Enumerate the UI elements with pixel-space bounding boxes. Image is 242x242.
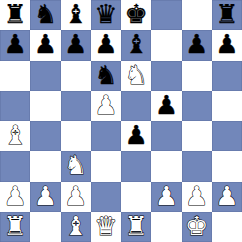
square-a6[interactable] (0, 61, 30, 91)
square-f8[interactable] (151, 0, 181, 30)
square-d8[interactable]: ♛ (91, 0, 121, 30)
square-h2[interactable]: ♟ (212, 182, 242, 212)
square-g3[interactable] (182, 151, 212, 181)
white-pawn[interactable]: ♟ (3, 183, 26, 209)
square-h1[interactable] (212, 212, 242, 242)
square-c7[interactable]: ♟ (61, 30, 91, 60)
square-d4[interactable] (91, 121, 121, 151)
white-queen[interactable]: ♛ (94, 213, 117, 239)
square-e4[interactable]: ♟ (121, 121, 151, 151)
black-rook[interactable]: ♜ (3, 1, 26, 27)
square-h8[interactable]: ♜ (212, 0, 242, 30)
black-bishop[interactable]: ♝ (124, 31, 147, 57)
square-f4[interactable] (151, 121, 181, 151)
white-knight[interactable]: ♞ (64, 152, 87, 178)
black-knight[interactable]: ♞ (94, 62, 117, 88)
square-c1[interactable]: ♝ (61, 212, 91, 242)
black-pawn[interactable]: ♟ (124, 122, 147, 148)
square-f5[interactable]: ♟ (151, 91, 181, 121)
square-g1[interactable]: ♚ (182, 212, 212, 242)
square-e1[interactable]: ♜ (121, 212, 151, 242)
square-g6[interactable] (182, 61, 212, 91)
square-a5[interactable] (0, 91, 30, 121)
square-d2[interactable] (91, 182, 121, 212)
square-c8[interactable]: ♝ (61, 0, 91, 30)
square-b7[interactable]: ♟ (30, 30, 60, 60)
square-d6[interactable]: ♞ (91, 61, 121, 91)
square-e2[interactable] (121, 182, 151, 212)
square-b6[interactable] (30, 61, 60, 91)
square-e3[interactable] (121, 151, 151, 181)
square-a7[interactable]: ♟ (0, 30, 30, 60)
square-f3[interactable] (151, 151, 181, 181)
square-a1[interactable]: ♜ (0, 212, 30, 242)
square-e7[interactable]: ♝ (121, 30, 151, 60)
white-bishop[interactable]: ♝ (3, 122, 26, 148)
square-c4[interactable] (61, 121, 91, 151)
square-b8[interactable]: ♞ (30, 0, 60, 30)
white-pawn[interactable]: ♟ (215, 183, 238, 209)
square-a8[interactable]: ♜ (0, 0, 30, 30)
square-h7[interactable]: ♟ (212, 30, 242, 60)
square-f7[interactable] (151, 30, 181, 60)
black-pawn[interactable]: ♟ (185, 31, 208, 57)
black-pawn[interactable]: ♟ (34, 31, 57, 57)
square-c3[interactable]: ♞ (61, 151, 91, 181)
square-e5[interactable] (121, 91, 151, 121)
white-pawn[interactable]: ♟ (94, 92, 117, 118)
square-c5[interactable] (61, 91, 91, 121)
square-f6[interactable] (151, 61, 181, 91)
square-g5[interactable] (182, 91, 212, 121)
square-d5[interactable]: ♟ (91, 91, 121, 121)
chess-board: ♜♞♝♛♚♜♟♟♟♟♝♟♟♞♞♟♟♝♟♞♟♟♟♟♟♟♜♝♛♜♚ (0, 0, 242, 242)
black-pawn[interactable]: ♟ (64, 31, 87, 57)
square-g7[interactable]: ♟ (182, 30, 212, 60)
white-pawn[interactable]: ♟ (34, 183, 57, 209)
black-pawn[interactable]: ♟ (3, 31, 26, 57)
black-knight[interactable]: ♞ (34, 1, 57, 27)
white-pawn[interactable]: ♟ (185, 183, 208, 209)
white-rook[interactable]: ♜ (124, 213, 147, 239)
black-king[interactable]: ♚ (124, 1, 147, 27)
black-bishop[interactable]: ♝ (64, 1, 87, 27)
white-pawn[interactable]: ♟ (64, 183, 87, 209)
white-bishop[interactable]: ♝ (64, 213, 87, 239)
square-c2[interactable]: ♟ (61, 182, 91, 212)
white-rook[interactable]: ♜ (3, 213, 26, 239)
square-h4[interactable] (212, 121, 242, 151)
black-pawn[interactable]: ♟ (215, 31, 238, 57)
square-e6[interactable]: ♞ (121, 61, 151, 91)
square-g8[interactable] (182, 0, 212, 30)
square-a4[interactable]: ♝ (0, 121, 30, 151)
square-h5[interactable] (212, 91, 242, 121)
square-a2[interactable]: ♟ (0, 182, 30, 212)
square-g2[interactable]: ♟ (182, 182, 212, 212)
square-b3[interactable] (30, 151, 60, 181)
square-f1[interactable] (151, 212, 181, 242)
black-pawn[interactable]: ♟ (94, 31, 117, 57)
square-h6[interactable] (212, 61, 242, 91)
square-b1[interactable] (30, 212, 60, 242)
square-g4[interactable] (182, 121, 212, 151)
square-h3[interactable] (212, 151, 242, 181)
square-b2[interactable]: ♟ (30, 182, 60, 212)
white-knight[interactable]: ♞ (124, 62, 147, 88)
square-e8[interactable]: ♚ (121, 0, 151, 30)
square-b5[interactable] (30, 91, 60, 121)
square-d3[interactable] (91, 151, 121, 181)
black-pawn[interactable]: ♟ (155, 92, 178, 118)
white-king[interactable]: ♚ (185, 213, 208, 239)
white-pawn[interactable]: ♟ (155, 183, 178, 209)
square-d1[interactable]: ♛ (91, 212, 121, 242)
square-c6[interactable] (61, 61, 91, 91)
square-d7[interactable]: ♟ (91, 30, 121, 60)
square-b4[interactable] (30, 121, 60, 151)
black-queen[interactable]: ♛ (94, 1, 117, 27)
square-a3[interactable] (0, 151, 30, 181)
black-rook[interactable]: ♜ (215, 1, 238, 27)
square-f2[interactable]: ♟ (151, 182, 181, 212)
